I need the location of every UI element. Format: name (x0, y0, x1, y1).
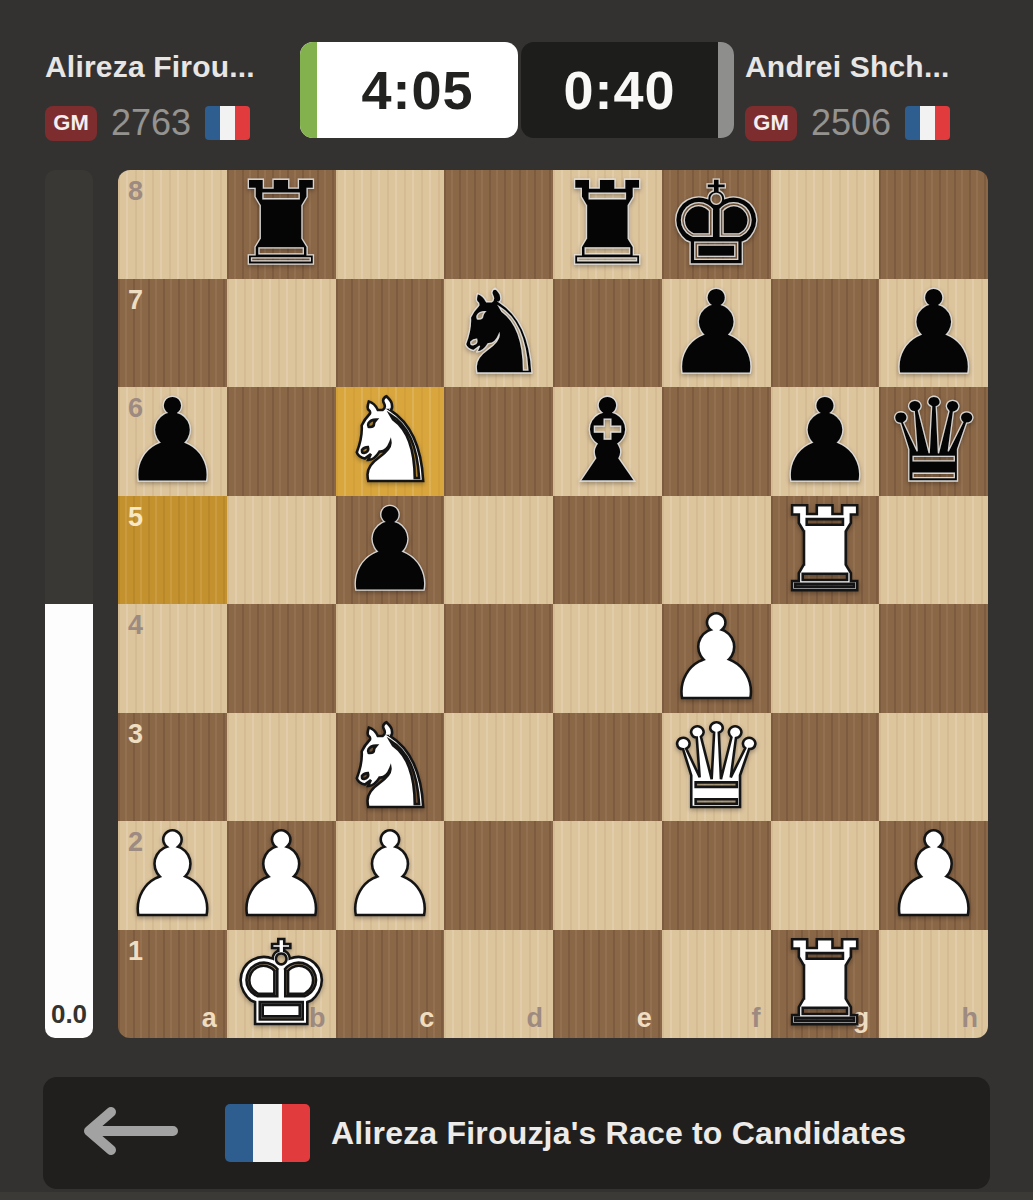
piece-white-rook[interactable]: ♜ (771, 496, 880, 605)
piece-white-pawn[interactable]: ♟ (118, 821, 227, 930)
piece-white-knight[interactable]: ♞ (336, 713, 445, 822)
france-flag-icon (205, 106, 250, 140)
file-label-e: e (637, 1005, 652, 1032)
event-banner[interactable]: Alireza Firouzja's Race to Candidates (43, 1077, 990, 1189)
square-a8[interactable]: 8 (118, 170, 227, 279)
piece-white-pawn[interactable]: ♟ (662, 604, 771, 713)
france-flag-icon (905, 106, 950, 140)
square-h8[interactable] (879, 170, 988, 279)
square-f2[interactable] (662, 821, 771, 930)
square-a4[interactable]: 4 (118, 604, 227, 713)
square-d4[interactable] (444, 604, 553, 713)
piece-black-rook[interactable]: ♜ (227, 170, 336, 279)
square-b7[interactable] (227, 279, 336, 388)
active-clock-indicator (300, 42, 317, 138)
piece-black-pawn[interactable]: ♟ (662, 279, 771, 388)
white-player-meta: GM 2763 (45, 104, 250, 142)
square-b4[interactable] (227, 604, 336, 713)
square-g3[interactable] (771, 713, 880, 822)
piece-black-king[interactable]: ♚ (662, 170, 771, 279)
rank-label-5: 5 (128, 504, 143, 531)
square-e2[interactable] (553, 821, 662, 930)
file-label-c: c (419, 1005, 434, 1032)
black-player-name: Andrei Shch... (745, 50, 950, 84)
square-e8[interactable]: ♜ (553, 170, 662, 279)
square-a1[interactable]: 1a (118, 930, 227, 1039)
square-f5[interactable] (662, 496, 771, 605)
square-b6[interactable] (227, 387, 336, 496)
square-b1[interactable]: b♚ (227, 930, 336, 1039)
square-b8[interactable]: ♜ (227, 170, 336, 279)
square-e1[interactable]: e (553, 930, 662, 1039)
square-g4[interactable] (771, 604, 880, 713)
square-a5[interactable]: 5 (118, 496, 227, 605)
square-h2[interactable]: ♟ (879, 821, 988, 930)
file-label-a: a (202, 1005, 217, 1032)
square-h1[interactable]: h (879, 930, 988, 1039)
square-g5[interactable]: ♜ (771, 496, 880, 605)
square-d7[interactable]: ♞ (444, 279, 553, 388)
piece-black-rook[interactable]: ♜ (553, 170, 662, 279)
white-clock-time: 4:05 (317, 42, 518, 138)
square-b2[interactable]: ♟ (227, 821, 336, 930)
inactive-clock-indicator (718, 42, 734, 138)
chess-board[interactable]: 8♜♜♚7♞♟♟6♟♞♝♟♛5♟♜4♟3♞♛2♟♟♟♟1ab♚cdefg♜h (118, 170, 988, 1038)
square-e6[interactable]: ♝ (553, 387, 662, 496)
rank-label-8: 8 (128, 178, 143, 205)
square-b3[interactable] (227, 713, 336, 822)
square-f6[interactable] (662, 387, 771, 496)
square-g2[interactable] (771, 821, 880, 930)
file-label-h: h (962, 1005, 979, 1032)
white-player-rating: 2763 (111, 102, 191, 144)
next-section-edge (0, 1192, 1033, 1200)
square-g1[interactable]: g♜ (771, 930, 880, 1039)
square-a2[interactable]: 2♟ (118, 821, 227, 930)
piece-white-pawn[interactable]: ♟ (879, 821, 988, 930)
square-d8[interactable] (444, 170, 553, 279)
square-d1[interactable]: d (444, 930, 553, 1039)
square-h4[interactable] (879, 604, 988, 713)
evaluation-bar-white-portion (45, 604, 93, 1038)
rank-label-4: 4 (128, 612, 143, 639)
square-c3[interactable]: ♞ (336, 713, 445, 822)
square-e4[interactable] (553, 604, 662, 713)
square-f1[interactable]: f (662, 930, 771, 1039)
square-e3[interactable] (553, 713, 662, 822)
square-c2[interactable]: ♟ (336, 821, 445, 930)
square-c7[interactable] (336, 279, 445, 388)
square-f4[interactable]: ♟ (662, 604, 771, 713)
square-c5[interactable]: ♟ (336, 496, 445, 605)
france-flag-icon (225, 1104, 310, 1162)
white-gm-badge: GM (45, 106, 97, 141)
square-d5[interactable] (444, 496, 553, 605)
black-player-rating: 2506 (811, 102, 891, 144)
piece-white-pawn[interactable]: ♟ (336, 821, 445, 930)
event-title: Alireza Firouzja's Race to Candidates (331, 1077, 906, 1189)
piece-black-pawn[interactable]: ♟ (118, 387, 227, 496)
square-h5[interactable] (879, 496, 988, 605)
square-d2[interactable] (444, 821, 553, 930)
square-b5[interactable] (227, 496, 336, 605)
piece-white-knight[interactable]: ♞ (336, 387, 445, 496)
square-a6[interactable]: 6♟ (118, 387, 227, 496)
black-clock: 0:40 (521, 42, 734, 138)
square-f7[interactable]: ♟ (662, 279, 771, 388)
back-arrow-icon[interactable] (77, 1105, 181, 1161)
file-label-d: d (527, 1005, 544, 1032)
piece-black-pawn[interactable]: ♟ (771, 387, 880, 496)
rank-label-3: 3 (128, 721, 143, 748)
piece-white-pawn[interactable]: ♟ (227, 821, 336, 930)
piece-white-rook[interactable]: ♜ (771, 930, 880, 1039)
evaluation-bar: 0.0 (45, 170, 93, 1038)
square-h6[interactable]: ♛ (879, 387, 988, 496)
square-f8[interactable]: ♚ (662, 170, 771, 279)
black-gm-badge: GM (745, 106, 797, 141)
piece-black-pawn[interactable]: ♟ (336, 496, 445, 605)
square-h7[interactable]: ♟ (879, 279, 988, 388)
square-e7[interactable] (553, 279, 662, 388)
piece-white-king[interactable]: ♚ (227, 930, 336, 1039)
square-h3[interactable] (879, 713, 988, 822)
square-c6[interactable]: ♞ (336, 387, 445, 496)
file-label-f: f (752, 1005, 761, 1032)
piece-black-queen[interactable]: ♛ (879, 387, 988, 496)
piece-black-knight[interactable]: ♞ (444, 279, 553, 388)
square-c4[interactable] (336, 604, 445, 713)
square-g7[interactable] (771, 279, 880, 388)
black-player-meta: GM 2506 (745, 104, 950, 142)
square-d6[interactable] (444, 387, 553, 496)
square-a3[interactable]: 3 (118, 713, 227, 822)
black-clock-time: 0:40 (521, 42, 718, 138)
square-g6[interactable]: ♟ (771, 387, 880, 496)
rank-label-7: 7 (128, 287, 143, 314)
piece-black-pawn[interactable]: ♟ (879, 279, 988, 388)
square-d3[interactable] (444, 713, 553, 822)
rank-label-1: 1 (128, 938, 143, 965)
evaluation-value: 0.0 (45, 999, 93, 1030)
square-f3[interactable]: ♛ (662, 713, 771, 822)
white-clock: 4:05 (300, 42, 518, 138)
square-g8[interactable] (771, 170, 880, 279)
square-e5[interactable] (553, 496, 662, 605)
white-player-name: Alireza Firou... (45, 50, 255, 84)
piece-black-bishop[interactable]: ♝ (553, 387, 662, 496)
square-c8[interactable] (336, 170, 445, 279)
piece-white-queen[interactable]: ♛ (662, 713, 771, 822)
square-a7[interactable]: 7 (118, 279, 227, 388)
square-c1[interactable]: c (336, 930, 445, 1039)
